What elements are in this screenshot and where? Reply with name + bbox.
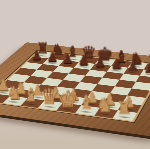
- piece-white-knight-g1[interactable]: ♞: [97, 96, 114, 115]
- piece-black-pawn-a7[interactable]: ♟: [31, 48, 43, 61]
- perspective-viewport: ♜♞♝♛♚♝♞♜♟♟♟♟♟♟♟♟♟♟♟♟♟♟♟♟♜♞♝♛♚♝♞♜: [0, 0, 150, 149]
- piece-white-knight-b1[interactable]: ♞: [6, 84, 22, 102]
- piece-black-pawn-g7[interactable]: ♟: [127, 59, 139, 73]
- piece-white-bishop-f1[interactable]: ♝: [78, 93, 95, 112]
- piece-white-rook-a1[interactable]: ♜: [0, 83, 4, 100]
- piece-black-pawn-f7[interactable]: ♟: [110, 57, 122, 70]
- piece-black-pawn-c7[interactable]: ♟: [62, 52, 74, 65]
- piece-white-king-e1[interactable]: ♚: [58, 88, 78, 110]
- piece-black-pawn-d7[interactable]: ♟: [78, 54, 90, 67]
- piece-black-pawn-e7[interactable]: ♟: [94, 56, 106, 69]
- piece-white-bishop-c1[interactable]: ♝: [23, 86, 39, 104]
- piece-black-pawn-b7[interactable]: ♟: [46, 50, 58, 63]
- chess-board: ♜♞♝♛♚♝♞♜♟♟♟♟♟♟♟♟♟♟♟♟♟♟♟♟♜♞♝♛♚♝♞♜: [0, 42, 150, 136]
- chess-set-photo: ♜♞♝♛♚♝♞♜♟♟♟♟♟♟♟♟♟♟♟♟♟♟♟♟♜♞♝♛♚♝♞♜: [0, 0, 150, 149]
- piece-white-queen-d1[interactable]: ♛: [40, 87, 59, 108]
- piece-white-rook-h1[interactable]: ♜: [116, 99, 132, 117]
- piece-black-pawn-h7[interactable]: ♟: [144, 61, 150, 75]
